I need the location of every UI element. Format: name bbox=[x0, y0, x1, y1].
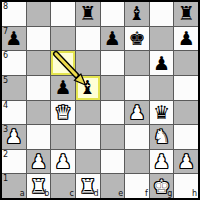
square-b8[interactable] bbox=[27, 2, 51, 26]
square-e7[interactable]: ♟ bbox=[101, 27, 125, 51]
piece-black-bishop-d5[interactable]: ♝ bbox=[79, 78, 96, 97]
piece-black-king-f7[interactable]: ♚ bbox=[128, 29, 145, 48]
piece-white-rook-d1[interactable]: ♜ bbox=[79, 177, 96, 196]
square-d7[interactable] bbox=[76, 27, 100, 51]
square-a2[interactable]: 2 bbox=[2, 150, 26, 174]
piece-white-rook-b1[interactable]: ♜ bbox=[30, 177, 47, 196]
square-f7[interactable]: ♚ bbox=[125, 27, 149, 51]
square-b6[interactable] bbox=[27, 51, 51, 75]
square-d4[interactable] bbox=[76, 101, 100, 125]
square-a8[interactable]: 8 bbox=[2, 2, 26, 26]
square-b3[interactable] bbox=[27, 125, 51, 149]
piece-white-pawn-b2[interactable]: ♟ bbox=[30, 152, 47, 171]
piece-black-bishop-f8[interactable]: ♝ bbox=[128, 4, 145, 23]
square-f6[interactable] bbox=[125, 51, 149, 75]
square-g7[interactable] bbox=[150, 27, 174, 51]
square-h7[interactable]: ♟ bbox=[174, 27, 198, 51]
square-d5[interactable]: ♝ bbox=[76, 76, 100, 100]
square-h1[interactable]: h bbox=[174, 174, 198, 198]
piece-white-pawn-h2[interactable]: ♟ bbox=[178, 152, 195, 171]
square-a5[interactable]: 5 bbox=[2, 76, 26, 100]
rank-label-4: 4 bbox=[3, 102, 8, 110]
piece-white-pawn-c2[interactable]: ♟ bbox=[55, 152, 72, 171]
piece-black-queen-g4[interactable]: ♛ bbox=[153, 103, 170, 122]
square-b2[interactable]: ♟ bbox=[27, 150, 51, 174]
file-label-c: c bbox=[69, 190, 73, 198]
square-b4[interactable] bbox=[27, 101, 51, 125]
square-g8[interactable] bbox=[150, 2, 174, 26]
square-b1[interactable]: b♜ bbox=[27, 174, 51, 198]
file-label-f: f bbox=[145, 190, 148, 198]
square-e8[interactable] bbox=[101, 2, 125, 26]
rank-label-6: 6 bbox=[3, 52, 8, 60]
square-h6[interactable] bbox=[174, 51, 198, 75]
square-f4[interactable]: ♟ bbox=[125, 101, 149, 125]
chess-board: 8♜♝♜7♟♟♚♟6♟5♟♝4♛♟♛3♟♞2♟♟♟♟1ab♜cd♜efg♚h bbox=[0, 0, 200, 200]
square-c3[interactable] bbox=[51, 125, 75, 149]
file-label-a: a bbox=[20, 190, 25, 198]
piece-white-king-g1[interactable]: ♚ bbox=[153, 177, 170, 196]
file-label-e: e bbox=[118, 190, 123, 198]
piece-white-pawn-f4[interactable]: ♟ bbox=[128, 103, 145, 122]
square-g4[interactable]: ♛ bbox=[150, 101, 174, 125]
rank-label-1: 1 bbox=[3, 175, 8, 183]
square-c6[interactable] bbox=[51, 51, 75, 75]
square-g5[interactable] bbox=[150, 76, 174, 100]
square-a7[interactable]: 7♟ bbox=[2, 27, 26, 51]
square-e5[interactable] bbox=[101, 76, 125, 100]
piece-black-pawn-c5[interactable]: ♟ bbox=[55, 78, 72, 97]
square-c2[interactable]: ♟ bbox=[51, 150, 75, 174]
square-e3[interactable] bbox=[101, 125, 125, 149]
square-h8[interactable]: ♜ bbox=[174, 2, 198, 26]
square-c7[interactable] bbox=[51, 27, 75, 51]
rank-label-8: 8 bbox=[3, 3, 8, 11]
piece-white-knight-g3[interactable]: ♞ bbox=[153, 127, 170, 146]
piece-white-pawn-a3[interactable]: ♟ bbox=[5, 127, 22, 146]
square-f5[interactable] bbox=[125, 76, 149, 100]
piece-black-pawn-e7[interactable]: ♟ bbox=[104, 29, 121, 48]
square-e1[interactable]: e bbox=[101, 174, 125, 198]
square-h2[interactable]: ♟ bbox=[174, 150, 198, 174]
square-d8[interactable]: ♜ bbox=[76, 2, 100, 26]
square-e2[interactable] bbox=[101, 150, 125, 174]
chess-board-diagram: 8♜♝♜7♟♟♚♟6♟5♟♝4♛♟♛3♟♞2♟♟♟♟1ab♜cd♜efg♚h bbox=[0, 0, 200, 200]
square-h3[interactable] bbox=[174, 125, 198, 149]
square-f2[interactable] bbox=[125, 150, 149, 174]
rank-label-2: 2 bbox=[3, 151, 8, 159]
square-c5[interactable]: ♟ bbox=[51, 76, 75, 100]
square-d3[interactable] bbox=[76, 125, 100, 149]
square-e4[interactable] bbox=[101, 101, 125, 125]
square-b5[interactable] bbox=[27, 76, 51, 100]
square-a1[interactable]: 1a bbox=[2, 174, 26, 198]
square-f3[interactable] bbox=[125, 125, 149, 149]
square-a6[interactable]: 6 bbox=[2, 51, 26, 75]
square-f1[interactable]: f bbox=[125, 174, 149, 198]
piece-white-queen-c4[interactable]: ♛ bbox=[55, 103, 72, 122]
piece-black-pawn-g6[interactable]: ♟ bbox=[153, 54, 170, 73]
file-label-h: h bbox=[192, 190, 197, 198]
piece-black-rook-h8[interactable]: ♜ bbox=[178, 4, 195, 23]
square-a4[interactable]: 4 bbox=[2, 101, 26, 125]
square-f8[interactable]: ♝ bbox=[125, 2, 149, 26]
rank-label-5: 5 bbox=[3, 77, 8, 85]
square-d2[interactable] bbox=[76, 150, 100, 174]
square-d6[interactable] bbox=[76, 51, 100, 75]
square-h4[interactable] bbox=[174, 101, 198, 125]
square-c1[interactable]: c bbox=[51, 174, 75, 198]
piece-black-pawn-a7[interactable]: ♟ bbox=[5, 29, 22, 48]
piece-black-rook-d8[interactable]: ♜ bbox=[79, 4, 96, 23]
square-g1[interactable]: g♚ bbox=[150, 174, 174, 198]
square-g6[interactable]: ♟ bbox=[150, 51, 174, 75]
square-c8[interactable] bbox=[51, 2, 75, 26]
square-g3[interactable]: ♞ bbox=[150, 125, 174, 149]
square-e6[interactable] bbox=[101, 51, 125, 75]
square-d1[interactable]: d♜ bbox=[76, 174, 100, 198]
square-b7[interactable] bbox=[27, 27, 51, 51]
square-g2[interactable]: ♟ bbox=[150, 150, 174, 174]
square-h5[interactable] bbox=[174, 76, 198, 100]
square-c4[interactable]: ♛ bbox=[51, 101, 75, 125]
square-a3[interactable]: 3♟ bbox=[2, 125, 26, 149]
piece-white-pawn-g2[interactable]: ♟ bbox=[153, 152, 170, 171]
piece-black-pawn-h7[interactable]: ♟ bbox=[178, 29, 195, 48]
